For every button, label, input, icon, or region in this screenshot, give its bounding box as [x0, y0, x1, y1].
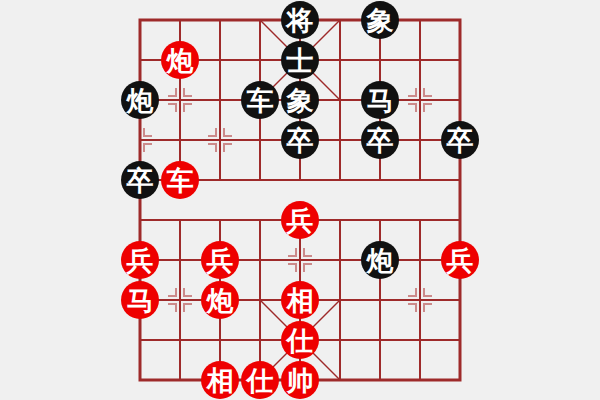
piece-black-pawn[interactable]: 卒 [121, 161, 159, 199]
piece-red-pawn[interactable]: 兵 [201, 241, 239, 279]
piece-red-pawn[interactable]: 兵 [121, 241, 159, 279]
xiangqi-board: 将象士炮车象马卒卒卒卒炮炮车兵兵兵兵马炮相仕相仕帅 [0, 0, 600, 400]
piece-black-elephant[interactable]: 象 [281, 81, 319, 119]
piece-red-advisor[interactable]: 仕 [281, 321, 319, 359]
piece-black-pawn[interactable]: 卒 [361, 121, 399, 159]
piece-red-pawn[interactable]: 兵 [281, 201, 319, 239]
piece-black-pawn[interactable]: 卒 [281, 121, 319, 159]
piece-black-cannon[interactable]: 炮 [121, 81, 159, 119]
piece-black-general[interactable]: 将 [281, 1, 319, 39]
piece-black-pawn[interactable]: 卒 [441, 121, 479, 159]
piece-red-advisor[interactable]: 仕 [241, 361, 279, 399]
piece-red-elephant[interactable]: 相 [201, 361, 239, 399]
piece-red-cannon[interactable]: 炮 [201, 281, 239, 319]
piece-black-chariot[interactable]: 车 [241, 81, 279, 119]
piece-red-pawn[interactable]: 兵 [441, 241, 479, 279]
piece-black-elephant[interactable]: 象 [361, 1, 399, 39]
piece-red-chariot[interactable]: 车 [161, 161, 199, 199]
piece-red-general[interactable]: 帅 [281, 361, 319, 399]
piece-red-cannon[interactable]: 炮 [161, 41, 199, 79]
piece-black-cannon[interactable]: 炮 [361, 241, 399, 279]
pieces-grid: 将象士炮车象马卒卒卒卒炮炮车兵兵兵兵马炮相仕相仕帅 [120, 0, 480, 400]
piece-red-horse[interactable]: 马 [121, 281, 159, 319]
piece-black-horse[interactable]: 马 [361, 81, 399, 119]
piece-black-advisor[interactable]: 士 [281, 41, 319, 79]
piece-red-elephant[interactable]: 相 [281, 281, 319, 319]
